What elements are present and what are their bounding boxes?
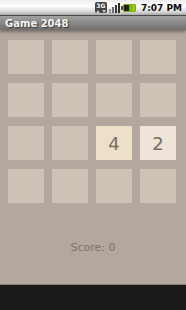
cell-empty-r2c1 — [52, 126, 88, 160]
cell-empty-r3c0 — [8, 169, 44, 203]
cell-empty-r0c2 — [96, 40, 132, 74]
tile-4: 4 — [96, 126, 132, 160]
cell-empty-r0c1 — [52, 40, 88, 74]
signal-strength-icon — [109, 2, 120, 13]
cell-empty-r3c2 — [96, 169, 132, 203]
app-title-bar: Game 2048 — [0, 15, 186, 30]
mobile-data-3g-icon: 3G — [95, 2, 107, 13]
tile-2: 2 — [140, 126, 176, 160]
score-label: Score: 0 — [0, 241, 186, 254]
phone-screen: 3G 7:07 PM Game 2048 42 Score: 0 — [0, 0, 186, 310]
bottom-black-area — [0, 284, 186, 310]
status-bar-clock: 7:07 PM — [141, 3, 182, 13]
board-grid[interactable]: 42 — [8, 40, 176, 203]
cell-empty-r1c2 — [96, 83, 132, 117]
cell-empty-r0c0 — [8, 40, 44, 74]
cell-empty-r1c3 — [140, 83, 176, 117]
status-bar: 3G 7:07 PM — [0, 0, 186, 15]
cell-empty-r2c0 — [8, 126, 44, 160]
cell-empty-r0c3 — [140, 40, 176, 74]
battery-charging-icon — [123, 4, 136, 12]
mobile-data-3g-label: 3G — [96, 2, 105, 8]
cell-empty-r1c1 — [52, 83, 88, 117]
app-title: Game 2048 — [5, 18, 68, 29]
cell-empty-r3c1 — [52, 169, 88, 203]
cell-empty-r3c3 — [140, 169, 176, 203]
cell-empty-r1c0 — [8, 83, 44, 117]
game-area: 42 Score: 0 — [0, 30, 186, 284]
